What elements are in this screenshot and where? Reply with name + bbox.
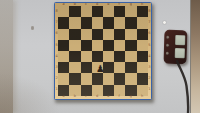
square-e5[interactable] — [103, 40, 114, 51]
square-c4[interactable] — [81, 51, 92, 62]
square-b5[interactable] — [69, 40, 80, 51]
coordinate-label: 1 — [148, 88, 150, 92]
coordinate-label: 5 — [148, 44, 150, 48]
board-grid[interactable]: ♟ — [58, 6, 148, 96]
coordinate-label: a — [63, 3, 65, 7]
clock-display-top — [175, 34, 185, 45]
coordinate-label: b — [74, 3, 76, 7]
square-c2[interactable] — [81, 73, 92, 84]
square-a7[interactable] — [58, 17, 69, 28]
square-d6[interactable] — [92, 29, 103, 40]
square-f7[interactable] — [114, 17, 125, 28]
coordinate-label: 8 — [148, 10, 150, 14]
coordinate-label: 6 — [56, 32, 58, 36]
coordinate-label: 4 — [56, 55, 58, 59]
square-b6[interactable] — [69, 29, 80, 40]
clock-display-bottom — [175, 47, 185, 58]
coordinate-label: e — [107, 3, 109, 7]
square-g4[interactable] — [125, 51, 136, 62]
coordinate-label: 7 — [56, 21, 58, 25]
square-g3[interactable] — [125, 62, 136, 73]
square-h7[interactable] — [137, 17, 148, 28]
square-d3[interactable]: ♟ — [92, 62, 103, 73]
coordinate-label: 1 — [56, 88, 58, 92]
square-a2[interactable] — [58, 73, 69, 84]
square-f3[interactable] — [114, 62, 125, 73]
square-g2[interactable] — [125, 73, 136, 84]
coordinate-label: 5 — [56, 44, 58, 48]
square-g8[interactable] — [125, 6, 136, 17]
square-h8[interactable] — [137, 6, 148, 17]
coordinate-label: 2 — [56, 77, 58, 81]
square-b7[interactable] — [69, 17, 80, 28]
square-e4[interactable] — [103, 51, 114, 62]
square-b3[interactable] — [69, 62, 80, 73]
square-c5[interactable] — [81, 40, 92, 51]
coordinate-label: a — [63, 95, 65, 99]
square-g7[interactable] — [125, 17, 136, 28]
square-a5[interactable] — [58, 40, 69, 51]
square-e3[interactable] — [103, 62, 114, 73]
square-d7[interactable] — [92, 17, 103, 28]
coordinate-label: f — [119, 95, 120, 99]
square-f4[interactable] — [114, 51, 125, 62]
clock-button[interactable] — [166, 52, 169, 55]
coordinate-label: 8 — [56, 10, 58, 14]
coordinate-label: 6 — [148, 32, 150, 36]
square-b8[interactable] — [69, 6, 80, 17]
square-f8[interactable] — [114, 6, 125, 17]
wall-pin — [163, 21, 166, 24]
square-h6[interactable] — [137, 29, 148, 40]
square-e8[interactable] — [103, 6, 114, 17]
coordinate-label: 3 — [148, 66, 150, 70]
photo-scene: ♟ aabbccddeeffgghh8877665544332211 — [0, 0, 200, 113]
square-f2[interactable] — [114, 73, 125, 84]
square-a4[interactable] — [58, 51, 69, 62]
coordinate-label: d — [96, 95, 98, 99]
square-d4[interactable] — [92, 51, 103, 62]
coordinate-label: 7 — [148, 21, 150, 25]
coordinate-label: d — [96, 3, 98, 7]
coordinate-label: 4 — [148, 55, 150, 59]
square-h3[interactable] — [137, 62, 148, 73]
square-c7[interactable] — [81, 17, 92, 28]
coordinate-label: g — [130, 95, 132, 99]
wall-mark — [31, 26, 34, 30]
coordinate-label: e — [107, 95, 109, 99]
coordinate-label: 2 — [148, 77, 150, 81]
square-b4[interactable] — [69, 51, 80, 62]
coordinate-label: c — [85, 3, 87, 7]
square-a3[interactable] — [58, 62, 69, 73]
coordinate-label: h — [141, 3, 143, 7]
square-a8[interactable] — [58, 6, 69, 17]
coordinate-label: c — [85, 95, 87, 99]
door-frame-trim — [191, 0, 200, 113]
square-h2[interactable] — [137, 73, 148, 84]
square-g5[interactable] — [125, 40, 136, 51]
square-c8[interactable] — [81, 6, 92, 17]
square-e6[interactable] — [103, 29, 114, 40]
square-a6[interactable] — [58, 29, 69, 40]
coordinate-label: h — [141, 95, 143, 99]
square-b2[interactable] — [69, 73, 80, 84]
square-c3[interactable] — [81, 62, 92, 73]
square-e7[interactable] — [103, 17, 114, 28]
square-d2[interactable] — [92, 73, 103, 84]
square-f5[interactable] — [114, 40, 125, 51]
coordinate-label: b — [74, 95, 76, 99]
clock-button[interactable] — [166, 44, 169, 47]
coordinate-label: g — [130, 3, 132, 7]
square-g6[interactable] — [125, 29, 136, 40]
board-frame: ♟ aabbccddeeffgghh8877665544332211 — [55, 3, 151, 99]
square-h4[interactable] — [137, 51, 148, 62]
chessboard[interactable]: ♟ aabbccddeeffgghh8877665544332211 — [54, 2, 152, 100]
square-f6[interactable] — [114, 29, 125, 40]
square-h5[interactable] — [137, 40, 148, 51]
coordinate-label: 3 — [56, 66, 58, 70]
clock-button[interactable] — [166, 36, 169, 39]
square-d5[interactable] — [92, 40, 103, 51]
bottom-left-shading — [0, 73, 60, 113]
square-c6[interactable] — [81, 29, 92, 40]
square-e2[interactable] — [103, 73, 114, 84]
square-d8[interactable] — [92, 6, 103, 17]
coordinate-label: f — [119, 3, 120, 7]
